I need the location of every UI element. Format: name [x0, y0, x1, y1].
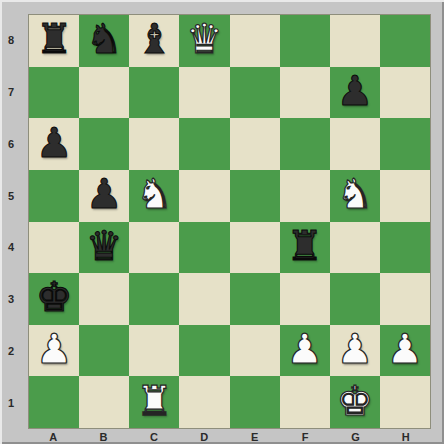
piece-black-pawn[interactable]: ♟ — [86, 174, 123, 215]
square-a8[interactable]: ♜ — [29, 15, 79, 67]
square-g1[interactable]: ♚ — [330, 376, 380, 428]
piece-white-knight[interactable]: ♞ — [136, 174, 173, 215]
rank-label-7: 7 — [0, 66, 22, 118]
square-e6[interactable] — [230, 118, 280, 170]
square-b8[interactable]: ♞ — [79, 15, 129, 67]
square-c6[interactable] — [129, 118, 179, 170]
chess-board-frame: 87654321 ♜♞♝♛♟♟♟♞♞♛♜♚♟♟♟♟♜♚ ABCDEFGH — [0, 0, 444, 444]
square-c7[interactable] — [129, 67, 179, 119]
rank-label-3: 3 — [0, 273, 22, 325]
square-d4[interactable] — [179, 222, 229, 274]
piece-black-knight[interactable]: ♞ — [86, 19, 123, 60]
piece-white-queen[interactable]: ♛ — [186, 19, 223, 60]
square-g3[interactable] — [330, 273, 380, 325]
square-e1[interactable] — [230, 376, 280, 428]
rank-labels: 87654321 — [0, 14, 22, 429]
piece-white-knight[interactable]: ♞ — [336, 174, 373, 215]
square-d7[interactable] — [179, 67, 229, 119]
square-g7[interactable]: ♟ — [330, 67, 380, 119]
file-labels: ABCDEFGH — [28, 429, 431, 444]
square-c4[interactable] — [129, 222, 179, 274]
square-g4[interactable] — [330, 222, 380, 274]
square-c8[interactable]: ♝ — [129, 15, 179, 67]
square-g6[interactable] — [330, 118, 380, 170]
piece-white-pawn[interactable]: ♟ — [286, 329, 323, 370]
square-a6[interactable]: ♟ — [29, 118, 79, 170]
piece-white-pawn[interactable]: ♟ — [336, 329, 373, 370]
square-h6[interactable] — [380, 118, 430, 170]
file-label-h: H — [381, 429, 431, 444]
rank-label-1: 1 — [0, 377, 22, 429]
square-g8[interactable] — [330, 15, 380, 67]
square-b6[interactable] — [79, 118, 129, 170]
square-g2[interactable]: ♟ — [330, 325, 380, 377]
piece-black-rook[interactable]: ♜ — [36, 19, 73, 60]
square-e4[interactable] — [230, 222, 280, 274]
square-c1[interactable]: ♜ — [129, 376, 179, 428]
square-a3[interactable]: ♚ — [29, 273, 79, 325]
piece-black-pawn[interactable]: ♟ — [36, 123, 73, 164]
square-b3[interactable] — [79, 273, 129, 325]
square-c2[interactable] — [129, 325, 179, 377]
piece-black-queen[interactable]: ♛ — [86, 226, 123, 267]
square-e8[interactable] — [230, 15, 280, 67]
square-b7[interactable] — [79, 67, 129, 119]
square-f4[interactable]: ♜ — [280, 222, 330, 274]
piece-black-rook[interactable]: ♜ — [286, 226, 323, 267]
square-f5[interactable] — [280, 170, 330, 222]
square-e5[interactable] — [230, 170, 280, 222]
square-d1[interactable] — [179, 376, 229, 428]
square-h4[interactable] — [380, 222, 430, 274]
rank-label-8: 8 — [0, 14, 22, 66]
square-f1[interactable] — [280, 376, 330, 428]
square-a5[interactable] — [29, 170, 79, 222]
square-f8[interactable] — [280, 15, 330, 67]
square-b1[interactable] — [79, 376, 129, 428]
file-label-e: E — [230, 429, 280, 444]
square-f2[interactable]: ♟ — [280, 325, 330, 377]
file-label-a: A — [28, 429, 78, 444]
square-d2[interactable] — [179, 325, 229, 377]
square-a2[interactable]: ♟ — [29, 325, 79, 377]
piece-white-pawn[interactable]: ♟ — [387, 329, 424, 370]
square-h3[interactable] — [380, 273, 430, 325]
piece-black-pawn[interactable]: ♟ — [336, 71, 373, 112]
piece-white-rook[interactable]: ♜ — [136, 381, 173, 422]
piece-white-king[interactable]: ♚ — [336, 381, 373, 422]
square-a1[interactable] — [29, 376, 79, 428]
square-d3[interactable] — [179, 273, 229, 325]
piece-black-king[interactable]: ♚ — [36, 277, 73, 318]
square-f6[interactable] — [280, 118, 330, 170]
square-h2[interactable]: ♟ — [380, 325, 430, 377]
file-label-g: G — [330, 429, 380, 444]
chess-board: ♜♞♝♛♟♟♟♞♞♛♜♚♟♟♟♟♜♚ — [29, 15, 430, 428]
rank-label-5: 5 — [0, 170, 22, 222]
piece-black-bishop[interactable]: ♝ — [136, 19, 173, 60]
square-c3[interactable] — [129, 273, 179, 325]
square-h7[interactable] — [380, 67, 430, 119]
square-b4[interactable]: ♛ — [79, 222, 129, 274]
square-h8[interactable] — [380, 15, 430, 67]
square-c5[interactable]: ♞ — [129, 170, 179, 222]
square-a7[interactable] — [29, 67, 79, 119]
square-g5[interactable]: ♞ — [330, 170, 380, 222]
square-h1[interactable] — [380, 376, 430, 428]
square-e7[interactable] — [230, 67, 280, 119]
square-b5[interactable]: ♟ — [79, 170, 129, 222]
board-outline: ♜♞♝♛♟♟♟♞♞♛♜♚♟♟♟♟♜♚ — [28, 14, 431, 429]
square-d8[interactable]: ♛ — [179, 15, 229, 67]
square-d5[interactable] — [179, 170, 229, 222]
square-e3[interactable] — [230, 273, 280, 325]
rank-label-2: 2 — [0, 325, 22, 377]
square-f3[interactable] — [280, 273, 330, 325]
square-d6[interactable] — [179, 118, 229, 170]
square-e2[interactable] — [230, 325, 280, 377]
piece-white-pawn[interactable]: ♟ — [36, 329, 73, 370]
file-label-c: C — [129, 429, 179, 444]
square-h5[interactable] — [380, 170, 430, 222]
file-label-b: B — [78, 429, 128, 444]
square-f7[interactable] — [280, 67, 330, 119]
rank-label-4: 4 — [0, 222, 22, 274]
rank-label-6: 6 — [0, 118, 22, 170]
file-label-d: D — [179, 429, 229, 444]
square-b2[interactable] — [79, 325, 129, 377]
file-label-f: F — [280, 429, 330, 444]
square-a4[interactable] — [29, 222, 79, 274]
